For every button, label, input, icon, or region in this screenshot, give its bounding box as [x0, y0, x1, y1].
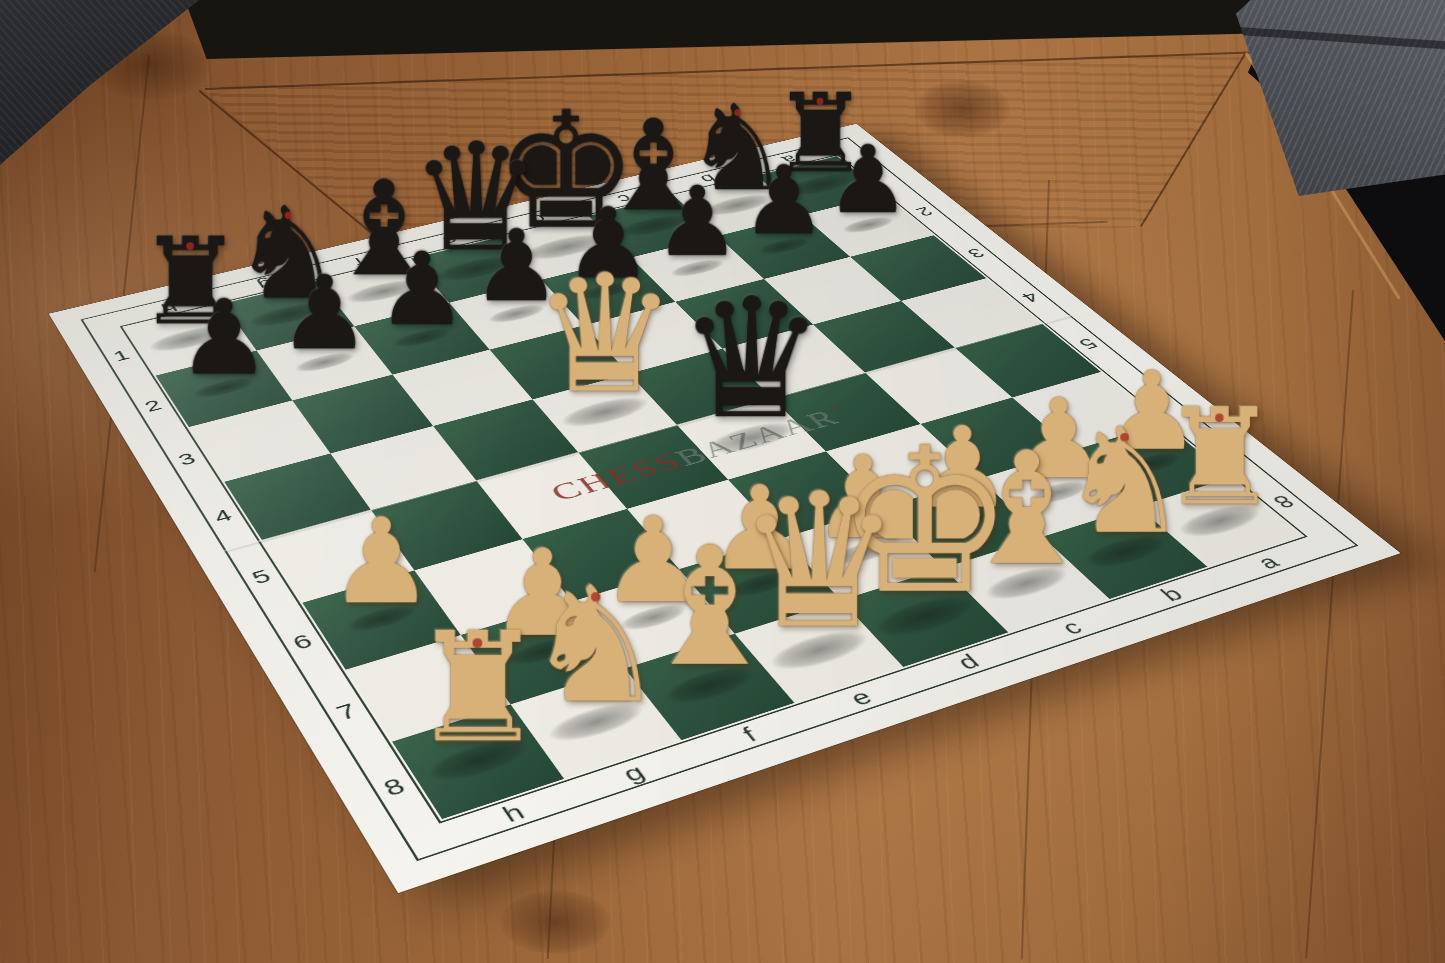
scene: CHESSBAZAAR® 1122334455667788hhggffeeddc… — [0, 0, 1445, 963]
quality-stamp-dot — [1215, 413, 1223, 421]
quality-stamp-dot — [186, 242, 194, 250]
white-rook-icon: ♜ — [409, 616, 544, 759]
quality-stamp-dot — [734, 109, 741, 116]
black-queen-icon: ♛ — [676, 281, 824, 438]
quality-stamp-dot — [284, 212, 291, 219]
quality-stamp-dot — [816, 97, 823, 104]
quality-stamp-dot — [590, 592, 599, 601]
quality-stamp-dot — [1119, 433, 1128, 442]
chess-board: CHESSBAZAAR® 1122334455667788hhggffeeddc… — [48, 123, 1400, 892]
quality-stamp-dot — [472, 638, 482, 648]
